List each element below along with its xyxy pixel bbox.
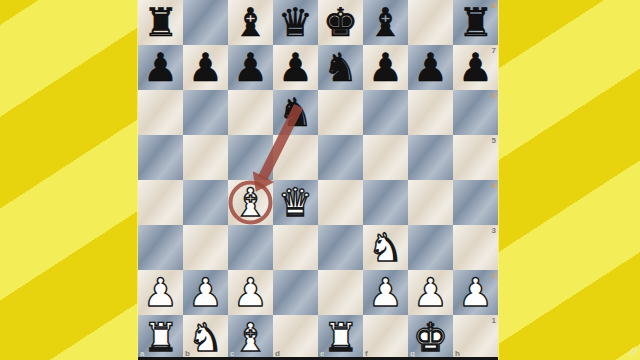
square-h2[interactable]: ♟2 <box>453 270 498 315</box>
white-knight-f3[interactable]: ♞ <box>363 225 408 270</box>
white-pawn-c2[interactable]: ♟ <box>228 270 273 315</box>
square-d8[interactable]: ♛ <box>273 0 318 45</box>
black-king-e8[interactable]: ♚ <box>318 0 363 45</box>
white-king-g1[interactable]: ♚ <box>408 315 453 360</box>
square-c3[interactable] <box>228 225 273 270</box>
black-bishop-c8[interactable]: ♝ <box>228 0 273 45</box>
square-f7[interactable]: ♟ <box>363 45 408 90</box>
black-pawn-f7[interactable]: ♟ <box>363 45 408 90</box>
square-b2[interactable]: ♟ <box>183 270 228 315</box>
square-a3[interactable] <box>138 225 183 270</box>
black-pawn-c7[interactable]: ♟ <box>228 45 273 90</box>
square-e3[interactable] <box>318 225 363 270</box>
square-g2[interactable]: ♟ <box>408 270 453 315</box>
square-f3[interactable]: ♞ <box>363 225 408 270</box>
black-pawn-d7[interactable]: ♟ <box>273 45 318 90</box>
black-pawn-b7[interactable]: ♟ <box>183 45 228 90</box>
square-h3[interactable]: 3 <box>453 225 498 270</box>
square-a8[interactable]: ♜ <box>138 0 183 45</box>
square-c7[interactable]: ♟ <box>228 45 273 90</box>
square-b6[interactable] <box>183 90 228 135</box>
square-a5[interactable] <box>138 135 183 180</box>
square-f5[interactable] <box>363 135 408 180</box>
rank-label-3: 3 <box>492 227 496 235</box>
black-knight-d6[interactable]: ♞ <box>273 90 318 135</box>
square-b4[interactable] <box>183 180 228 225</box>
square-e1[interactable]: ♜e <box>318 315 363 360</box>
square-f1[interactable]: f <box>363 315 408 360</box>
square-h6[interactable]: 6 <box>453 90 498 135</box>
square-f4[interactable] <box>363 180 408 225</box>
square-h1[interactable]: h1 <box>453 315 498 360</box>
square-d1[interactable]: d <box>273 315 318 360</box>
white-bishop-c1[interactable]: ♝ <box>228 315 273 360</box>
black-rook-a8[interactable]: ♜ <box>138 0 183 45</box>
square-e8[interactable]: ♚ <box>318 0 363 45</box>
square-g3[interactable] <box>408 225 453 270</box>
rank-label-5: 5 <box>492 137 496 145</box>
square-h7[interactable]: ♟7 <box>453 45 498 90</box>
black-rook-h8[interactable]: ♜ <box>453 0 498 45</box>
square-e7[interactable]: ♞ <box>318 45 363 90</box>
square-g1[interactable]: ♚g <box>408 315 453 360</box>
square-g5[interactable] <box>408 135 453 180</box>
white-rook-e1[interactable]: ♜ <box>318 315 363 360</box>
square-e4[interactable] <box>318 180 363 225</box>
square-b5[interactable] <box>183 135 228 180</box>
square-f6[interactable] <box>363 90 408 135</box>
square-d6[interactable]: ♞ <box>273 90 318 135</box>
square-f2[interactable]: ♟ <box>363 270 408 315</box>
square-b8[interactable] <box>183 0 228 45</box>
square-g8[interactable] <box>408 0 453 45</box>
square-a6[interactable] <box>138 90 183 135</box>
square-g6[interactable] <box>408 90 453 135</box>
square-d2[interactable] <box>273 270 318 315</box>
white-pawn-a2[interactable]: ♟ <box>138 270 183 315</box>
square-c2[interactable]: ♟ <box>228 270 273 315</box>
rank-label-4: 4 <box>492 182 496 190</box>
square-h8[interactable]: ♜8 <box>453 0 498 45</box>
square-c5[interactable] <box>228 135 273 180</box>
square-c8[interactable]: ♝ <box>228 0 273 45</box>
square-f8[interactable]: ♝ <box>363 0 408 45</box>
white-bishop-c4[interactable]: ♝ <box>228 180 273 225</box>
rank-label-1: 1 <box>492 317 496 325</box>
square-d4[interactable]: ♛ <box>273 180 318 225</box>
square-c1[interactable]: ♝c <box>228 315 273 360</box>
square-b7[interactable]: ♟ <box>183 45 228 90</box>
black-pawn-a7[interactable]: ♟ <box>138 45 183 90</box>
square-e2[interactable] <box>318 270 363 315</box>
square-e6[interactable] <box>318 90 363 135</box>
white-pawn-f2[interactable]: ♟ <box>363 270 408 315</box>
square-a7[interactable]: ♟ <box>138 45 183 90</box>
square-g4[interactable] <box>408 180 453 225</box>
square-d5[interactable] <box>273 135 318 180</box>
square-g7[interactable]: ♟ <box>408 45 453 90</box>
square-c6[interactable] <box>228 90 273 135</box>
square-c4[interactable]: ♝ <box>228 180 273 225</box>
square-a1[interactable]: ♜a <box>138 315 183 360</box>
square-d7[interactable]: ♟ <box>273 45 318 90</box>
white-pawn-b2[interactable]: ♟ <box>183 270 228 315</box>
square-a4[interactable] <box>138 180 183 225</box>
black-bishop-f8[interactable]: ♝ <box>363 0 408 45</box>
white-pawn-g2[interactable]: ♟ <box>408 270 453 315</box>
black-queen-d8[interactable]: ♛ <box>273 0 318 45</box>
file-label-h: h <box>455 350 460 358</box>
square-h4[interactable]: 4 <box>453 180 498 225</box>
file-label-d: d <box>275 350 280 358</box>
rank-label-6: 6 <box>492 92 496 100</box>
square-a2[interactable]: ♟ <box>138 270 183 315</box>
black-pawn-g7[interactable]: ♟ <box>408 45 453 90</box>
white-rook-a1[interactable]: ♜ <box>138 315 183 360</box>
square-h5[interactable]: 5 <box>453 135 498 180</box>
square-b3[interactable] <box>183 225 228 270</box>
square-d3[interactable] <box>273 225 318 270</box>
white-queen-d4[interactable]: ♛ <box>273 180 318 225</box>
square-e5[interactable] <box>318 135 363 180</box>
black-knight-e7[interactable]: ♞ <box>318 45 363 90</box>
white-pawn-h2[interactable]: ♟ <box>453 270 498 315</box>
file-label-f: f <box>365 350 368 358</box>
black-pawn-h7[interactable]: ♟ <box>453 45 498 90</box>
square-b1[interactable]: ♞b <box>183 315 228 360</box>
chess-board: ♜♝♛♚♝♜8♟♟♟♟♞♟♟♟7♞65♝♛4♞3♟♟♟♟♟♟2♜a♞b♝cd♜e… <box>138 0 498 360</box>
white-knight-b1[interactable]: ♞ <box>183 315 228 360</box>
